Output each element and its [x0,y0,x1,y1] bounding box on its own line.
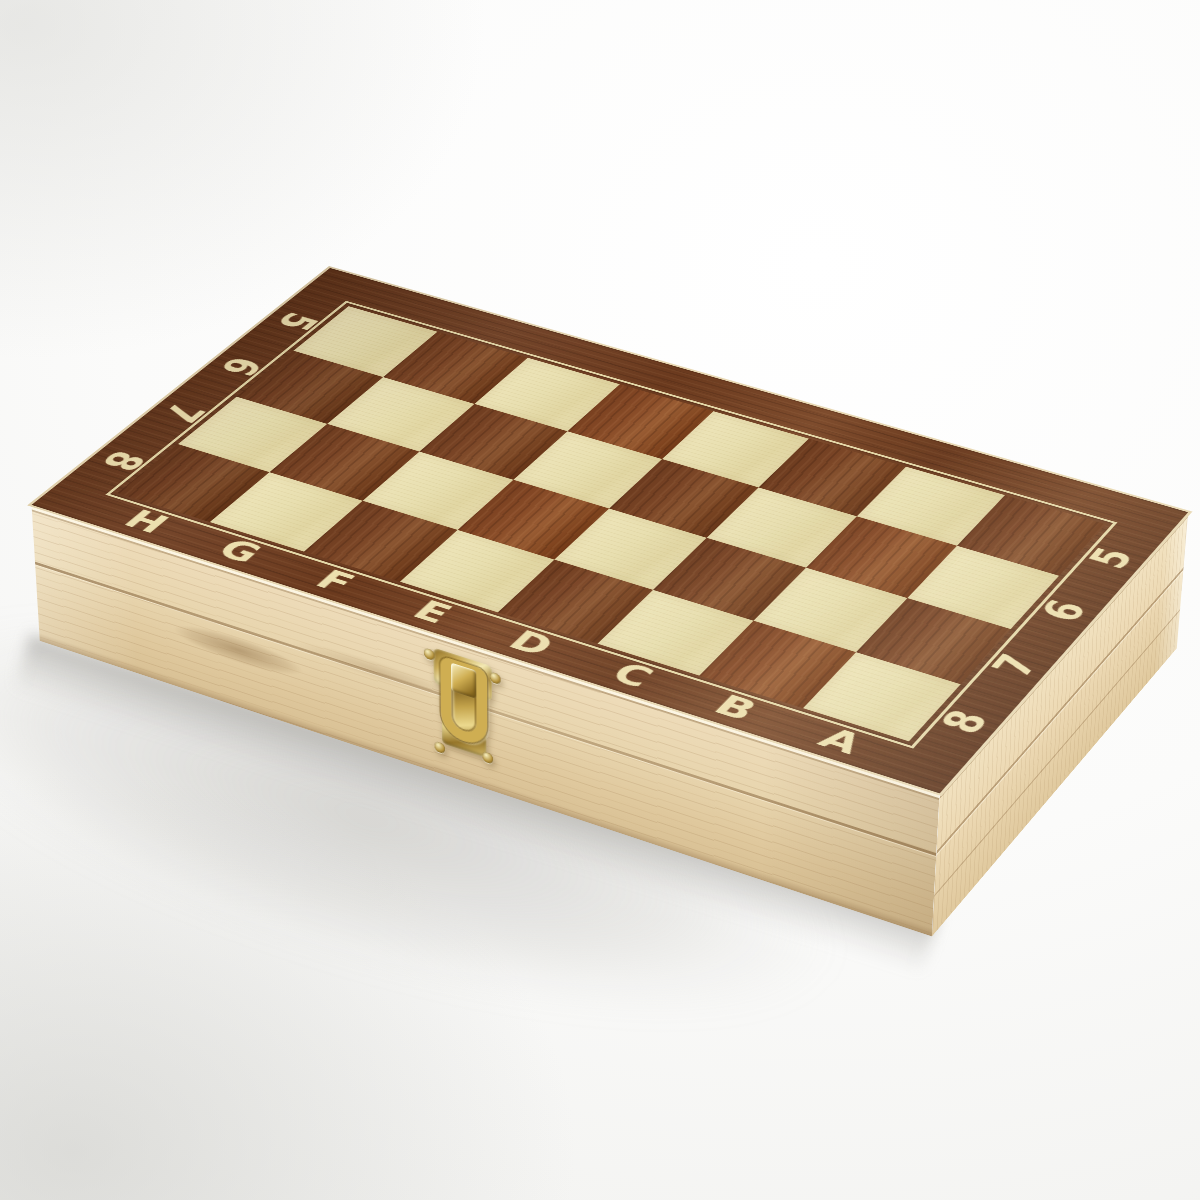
square-g7 [269,424,419,501]
square-d8 [498,560,653,644]
rank-label-left-5: 5 [237,296,356,346]
clasp-screw [424,647,435,661]
square-d7 [554,509,706,590]
square-a7 [856,598,1011,684]
square-f8 [304,501,458,582]
clasp-screw [482,751,493,765]
rank-label-left-7: 7 [121,386,244,440]
square-f5 [474,358,619,432]
square-c8 [598,590,754,676]
square-h8 [117,444,269,522]
square-f7 [363,452,514,530]
square-e8 [400,530,554,612]
square-h7 [178,397,327,472]
scene: 5678 5678 HGFEDCBA [0,0,1200,1200]
rank-label-left-6: 6 [180,340,301,392]
square-d5 [662,411,809,487]
chess-box: 5678 5678 HGFEDCBA [32,268,1189,793]
square-h5 [293,306,437,377]
square-e7 [458,480,610,560]
rank-label-left-8: 8 [60,433,185,488]
square-b7 [754,568,908,653]
left-rank-labels: 5678 [67,292,349,493]
photo-background: 5678 5678 HGFEDCBA [0,0,1200,1200]
square-a5 [957,495,1106,576]
square-c5 [759,439,906,517]
square-e5 [567,384,713,459]
square-a8 [803,652,961,741]
square-b6 [806,516,957,598]
square-c7 [653,538,806,621]
brass-clasp [422,644,504,780]
square-h6 [237,351,384,424]
square-g5 [383,332,528,404]
square-f6 [419,404,567,480]
square-g8 [210,472,363,551]
square-c6 [707,487,857,567]
square-a6 [907,546,1059,629]
square-e6 [513,431,662,508]
square-b5 [857,467,1005,546]
square-g6 [327,377,474,451]
square-d6 [609,459,758,538]
square-b8 [699,621,856,708]
